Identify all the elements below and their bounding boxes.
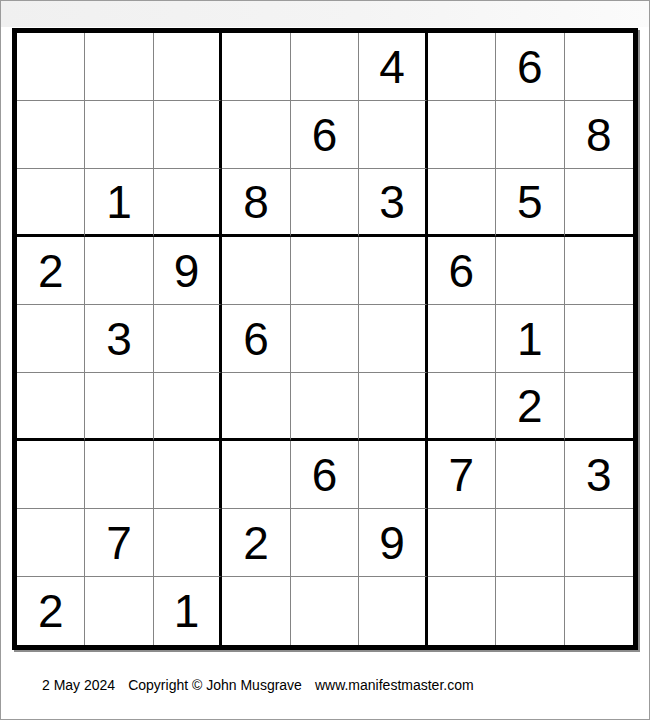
cell-r6c1[interactable]: [17, 373, 85, 441]
cell-r1c4[interactable]: [222, 33, 290, 101]
cell-r9c9[interactable]: [565, 577, 633, 645]
cell-r6c3[interactable]: [154, 373, 222, 441]
cell-r9c6[interactable]: [359, 577, 427, 645]
cell-r8c9[interactable]: [565, 509, 633, 577]
cell-r3c3[interactable]: [154, 169, 222, 237]
cell-r5c6[interactable]: [359, 305, 427, 373]
cell-r2c6[interactable]: [359, 101, 427, 169]
cell-r9c2[interactable]: [85, 577, 153, 645]
cell-r9c1[interactable]: 2: [17, 577, 85, 645]
website-url: www.manifestmaster.com: [315, 677, 474, 693]
puzzle-date: 2 May 2024: [42, 677, 115, 693]
cell-r2c4[interactable]: [222, 101, 290, 169]
cell-r8c2[interactable]: 7: [85, 509, 153, 577]
cell-r7c4[interactable]: [222, 441, 290, 509]
cell-r2c7[interactable]: [428, 101, 496, 169]
cell-r1c3[interactable]: [154, 33, 222, 101]
cell-r3c8[interactable]: 5: [496, 169, 564, 237]
cell-r3c1[interactable]: [17, 169, 85, 237]
cell-r1c1[interactable]: [17, 33, 85, 101]
page-header-band: [1, 1, 649, 27]
cell-r6c5[interactable]: [291, 373, 359, 441]
cell-r2c9[interactable]: 8: [565, 101, 633, 169]
cell-r5c3[interactable]: [154, 305, 222, 373]
cell-r9c3[interactable]: 1: [154, 577, 222, 645]
cell-r1c6[interactable]: 4: [359, 33, 427, 101]
cell-r7c7[interactable]: 7: [428, 441, 496, 509]
sudoku-board: 46681835296361267372921: [12, 28, 638, 650]
cell-r2c3[interactable]: [154, 101, 222, 169]
cell-r4c3[interactable]: 9: [154, 237, 222, 305]
cell-r4c5[interactable]: [291, 237, 359, 305]
cell-r5c2[interactable]: 3: [85, 305, 153, 373]
cell-r5c9[interactable]: [565, 305, 633, 373]
cell-r5c1[interactable]: [17, 305, 85, 373]
cell-r1c9[interactable]: [565, 33, 633, 101]
cell-r7c5[interactable]: 6: [291, 441, 359, 509]
cell-r7c8[interactable]: [496, 441, 564, 509]
cell-r4c4[interactable]: [222, 237, 290, 305]
cell-r4c6[interactable]: [359, 237, 427, 305]
cell-r8c3[interactable]: [154, 509, 222, 577]
cell-r3c5[interactable]: [291, 169, 359, 237]
cell-r9c5[interactable]: [291, 577, 359, 645]
cell-r3c6[interactable]: 3: [359, 169, 427, 237]
cell-r7c1[interactable]: [17, 441, 85, 509]
cell-r8c7[interactable]: [428, 509, 496, 577]
cell-r6c6[interactable]: [359, 373, 427, 441]
cell-r5c7[interactable]: [428, 305, 496, 373]
cell-r7c9[interactable]: 3: [565, 441, 633, 509]
cell-r1c8[interactable]: 6: [496, 33, 564, 101]
cell-r9c8[interactable]: [496, 577, 564, 645]
cell-r2c2[interactable]: [85, 101, 153, 169]
copyright-text: Copyright © John Musgrave: [128, 677, 302, 693]
cell-r6c9[interactable]: [565, 373, 633, 441]
cell-r4c8[interactable]: [496, 237, 564, 305]
cell-r4c1[interactable]: 2: [17, 237, 85, 305]
cell-r6c8[interactable]: 2: [496, 373, 564, 441]
cell-r4c7[interactable]: 6: [428, 237, 496, 305]
cell-r3c9[interactable]: [565, 169, 633, 237]
cell-r6c7[interactable]: [428, 373, 496, 441]
cell-r8c1[interactable]: [17, 509, 85, 577]
cell-r8c6[interactable]: 9: [359, 509, 427, 577]
puzzle-page: 46681835296361267372921 2 May 2024 Copyr…: [0, 0, 650, 720]
cell-r2c1[interactable]: [17, 101, 85, 169]
cell-r2c5[interactable]: 6: [291, 101, 359, 169]
cell-r1c5[interactable]: [291, 33, 359, 101]
cell-r8c8[interactable]: [496, 509, 564, 577]
cell-r4c2[interactable]: [85, 237, 153, 305]
cell-r3c7[interactable]: [428, 169, 496, 237]
cell-r4c9[interactable]: [565, 237, 633, 305]
cell-r2c8[interactable]: [496, 101, 564, 169]
cell-r7c2[interactable]: [85, 441, 153, 509]
cell-r5c8[interactable]: 1: [496, 305, 564, 373]
cell-r7c6[interactable]: [359, 441, 427, 509]
cell-r3c2[interactable]: 1: [85, 169, 153, 237]
cell-r9c4[interactable]: [222, 577, 290, 645]
cell-r6c2[interactable]: [85, 373, 153, 441]
cell-r5c5[interactable]: [291, 305, 359, 373]
cell-r3c4[interactable]: 8: [222, 169, 290, 237]
cell-r7c3[interactable]: [154, 441, 222, 509]
cell-r1c2[interactable]: [85, 33, 153, 101]
cell-r9c7[interactable]: [428, 577, 496, 645]
footer: 2 May 2024 Copyright © John Musgrave www…: [42, 677, 474, 693]
cell-r5c4[interactable]: 6: [222, 305, 290, 373]
cell-r8c5[interactable]: [291, 509, 359, 577]
cell-r8c4[interactable]: 2: [222, 509, 290, 577]
cell-r1c7[interactable]: [428, 33, 496, 101]
cell-r6c4[interactable]: [222, 373, 290, 441]
